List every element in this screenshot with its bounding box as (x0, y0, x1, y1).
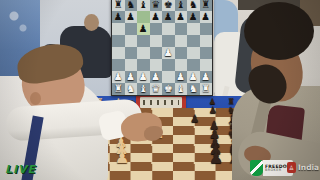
square-f6 (175, 23, 188, 35)
square-d4 (150, 47, 163, 59)
square-b3 (125, 59, 138, 71)
square-b4 (125, 47, 138, 59)
piece-wB-f1: ♝ (176, 84, 185, 94)
square-h4 (200, 47, 213, 59)
freedom-shield-icon (250, 160, 263, 176)
square-c1: ♝ (137, 83, 150, 95)
piece-wB-c1: ♝ (139, 84, 148, 94)
piece-wQ-d1: ♛ (151, 84, 160, 94)
square-f2: ♟ (175, 71, 188, 83)
square-e7: ♟ (162, 11, 175, 23)
square-g8: ♞ (187, 0, 200, 11)
square-c6: ♟ (137, 23, 150, 35)
square-b1: ♞ (125, 83, 138, 95)
piece-bN-g8: ♞ (189, 0, 198, 10)
piece-bP-b7: ♟ (126, 12, 135, 22)
physical-piece-wP: ♟ (115, 150, 130, 166)
piece-bP-a7: ♟ (114, 12, 123, 22)
black-player-hair (244, 2, 314, 60)
square-d1: ♛ (150, 83, 163, 95)
square-f1: ♝ (175, 83, 188, 95)
square-h3 (200, 59, 213, 71)
piece-wR-a1: ♜ (114, 84, 123, 94)
piece-bP-g7: ♟ (189, 12, 198, 22)
square-d7: ♟ (150, 11, 163, 23)
piece-bR-h8: ♜ (201, 0, 210, 10)
square-d8: ♛ (150, 0, 163, 11)
square-a3 (112, 59, 125, 71)
square-g6 (187, 23, 200, 35)
piece-wP-g2: ♟ (189, 72, 198, 82)
square-b7: ♟ (125, 11, 138, 23)
square-a2: ♟ (112, 71, 125, 83)
piece-wP-f2: ♟ (176, 72, 185, 82)
piece-bP-h7: ♟ (201, 12, 210, 22)
chessbase-india-label: India (298, 163, 319, 172)
square-a7: ♟ (112, 11, 125, 23)
piece-wP-e4: ♟ (164, 48, 173, 58)
square-g5 (187, 35, 200, 47)
piece-bK-e8: ♚ (164, 0, 173, 10)
square-h7: ♟ (200, 11, 213, 23)
square-c3 (137, 59, 150, 71)
square-b6 (125, 23, 138, 35)
piece-bR-a8: ♜ (114, 0, 123, 10)
piece-wK-e1: ♚ (164, 84, 173, 94)
square-g2: ♟ (187, 71, 200, 83)
square-h1: ♜ (200, 83, 213, 95)
square-a6 (112, 23, 125, 35)
square-e4: ♟ (162, 47, 175, 59)
square-c8: ♝ (137, 0, 150, 11)
piece-wP-a2: ♟ (114, 72, 123, 82)
square-d5 (150, 35, 163, 47)
square-b2: ♟ (125, 71, 138, 83)
square-c2: ♟ (137, 71, 150, 83)
square-b8: ♞ (125, 0, 138, 11)
square-a1: ♜ (112, 83, 125, 95)
square-e6 (162, 23, 175, 35)
backdrop-pattern (2, 4, 32, 44)
square-a8: ♜ (112, 0, 125, 11)
piece-bB-f8: ♝ (176, 0, 185, 10)
piece-bN-b8: ♞ (126, 0, 135, 10)
square-h8: ♜ (200, 0, 213, 11)
broadcast-frame: ♜♞♝♛♚♝♞♜♟♟♟♟♟♟♟♟♟♟♟♟♟♟♟♟♜♞♝♛♚♝♞♜ ♜♞♝♛♚♝♞… (0, 0, 320, 180)
piece-bP-e7: ♟ (164, 12, 173, 22)
square-d3 (150, 59, 163, 71)
chessbase-india-logo: ♙ India (287, 162, 319, 173)
square-h5 (200, 35, 213, 47)
square-h6 (200, 23, 213, 35)
square-d6 (150, 23, 163, 35)
square-e2 (162, 71, 175, 83)
live-watermark: LIVE (5, 163, 36, 176)
clock-display (140, 97, 182, 108)
square-g3 (187, 59, 200, 71)
square-f4 (175, 47, 188, 59)
physical-piece-bP: ♟ (209, 105, 217, 114)
square-c4 (137, 47, 150, 59)
piece-wP-b2: ♟ (126, 72, 135, 82)
piece-wP-d2: ♟ (151, 72, 160, 82)
piece-bP-c6: ♟ (139, 24, 148, 34)
background-spectator-head (84, 14, 99, 31)
square-g1: ♞ (187, 83, 200, 95)
square-e8: ♚ (162, 0, 175, 11)
square-d2: ♟ (150, 71, 163, 83)
piece-wN-g1: ♞ (189, 84, 198, 94)
square-a5 (112, 35, 125, 47)
square-g7: ♟ (187, 11, 200, 23)
digital-board-overlay: ♜♞♝♛♚♝♞♜♟♟♟♟♟♟♟♟♟♟♟♟♟♟♟♟♜♞♝♛♚♝♞♜ (111, 0, 213, 96)
square-f3 (175, 59, 188, 71)
piece-wR-h1: ♜ (201, 84, 210, 94)
piece-wN-b1: ♞ (126, 84, 135, 94)
square-g4 (187, 47, 200, 59)
piece-bB-c8: ♝ (139, 0, 148, 10)
piece-bP-d7: ♟ (151, 12, 160, 22)
square-b5 (125, 35, 138, 47)
physical-piece-bP: ♟ (209, 150, 224, 166)
square-e5 (162, 35, 175, 47)
piece-wP-c2: ♟ (139, 72, 148, 82)
square-e3 (162, 59, 175, 71)
square-e1: ♚ (162, 83, 175, 95)
piece-bQ-d8: ♛ (151, 0, 160, 10)
square-c7 (137, 11, 150, 23)
square-c5 (137, 35, 150, 47)
square-f7: ♟ (175, 11, 188, 23)
piece-wP-h2: ♟ (201, 72, 210, 82)
square-f5 (175, 35, 188, 47)
square-f8: ♝ (175, 0, 188, 11)
white-player-ear (30, 92, 41, 105)
chessbase-india-icon: ♙ (287, 162, 296, 173)
physical-piece-bP: ♟ (190, 113, 199, 123)
square-h2: ♟ (200, 71, 213, 83)
square-a4 (112, 47, 125, 59)
piece-bP-f7: ♟ (176, 12, 185, 22)
